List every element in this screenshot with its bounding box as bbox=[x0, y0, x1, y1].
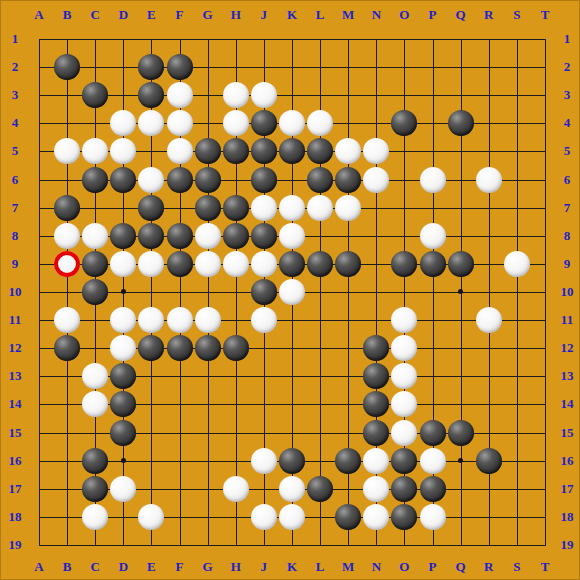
col-label-bottom-H: H bbox=[231, 559, 241, 575]
white-stone-K10[interactable] bbox=[279, 279, 305, 305]
black-stone-O17[interactable] bbox=[391, 476, 417, 502]
col-label-top-O: O bbox=[399, 7, 409, 23]
black-stone-F2[interactable] bbox=[167, 54, 193, 80]
col-label-bottom-S: S bbox=[513, 559, 520, 575]
black-stone-O4[interactable] bbox=[391, 110, 417, 136]
col-label-bottom-D: D bbox=[119, 559, 128, 575]
white-stone-J18[interactable] bbox=[251, 504, 277, 530]
black-stone-E12[interactable] bbox=[138, 335, 164, 361]
black-stone-J6[interactable] bbox=[251, 167, 277, 193]
row-label-left-7: 7 bbox=[12, 200, 19, 216]
black-stone-B7[interactable] bbox=[54, 195, 80, 221]
row-label-left-6: 6 bbox=[12, 172, 19, 188]
row-label-right-11: 11 bbox=[561, 312, 573, 328]
row-label-left-9: 9 bbox=[12, 256, 19, 272]
black-stone-D15[interactable] bbox=[110, 420, 136, 446]
black-stone-B12[interactable] bbox=[54, 335, 80, 361]
white-stone-R6[interactable] bbox=[476, 167, 502, 193]
col-label-top-M: M bbox=[342, 7, 354, 23]
go-app-screen: ABCDEFGHJKLMNOPQRST ABCDEFGHJKLMNOPQRST … bbox=[0, 0, 580, 580]
col-label-bottom-P: P bbox=[429, 559, 437, 575]
black-stone-Q4[interactable] bbox=[448, 110, 474, 136]
black-stone-J4[interactable] bbox=[251, 110, 277, 136]
row-label-left-11: 11 bbox=[9, 312, 21, 328]
last-move-marker bbox=[54, 251, 80, 277]
white-stone-H3[interactable] bbox=[223, 82, 249, 108]
row-label-right-1: 1 bbox=[564, 31, 571, 47]
white-stone-K17[interactable] bbox=[279, 476, 305, 502]
black-stone-F9[interactable] bbox=[167, 251, 193, 277]
black-stone-E3[interactable] bbox=[138, 82, 164, 108]
white-stone-J11[interactable] bbox=[251, 307, 277, 333]
black-stone-G12[interactable] bbox=[195, 335, 221, 361]
white-stone-S9[interactable] bbox=[504, 251, 530, 277]
col-label-top-L: L bbox=[316, 7, 325, 23]
black-stone-N14[interactable] bbox=[363, 391, 389, 417]
white-stone-O15[interactable] bbox=[391, 420, 417, 446]
col-label-bottom-A: A bbox=[34, 559, 43, 575]
row-label-left-16: 16 bbox=[9, 453, 22, 469]
white-stone-M5[interactable] bbox=[335, 138, 361, 164]
black-stone-N12[interactable] bbox=[363, 335, 389, 361]
white-stone-F4[interactable] bbox=[167, 110, 193, 136]
col-label-top-H: H bbox=[231, 7, 241, 23]
black-stone-J5[interactable] bbox=[251, 138, 277, 164]
col-label-top-E: E bbox=[147, 7, 156, 23]
black-stone-Q9[interactable] bbox=[448, 251, 474, 277]
white-stone-F5[interactable] bbox=[167, 138, 193, 164]
col-label-bottom-F: F bbox=[176, 559, 184, 575]
black-stone-F8[interactable] bbox=[167, 223, 193, 249]
white-stone-P18[interactable] bbox=[420, 504, 446, 530]
black-stone-M6[interactable] bbox=[335, 167, 361, 193]
white-stone-N17[interactable] bbox=[363, 476, 389, 502]
white-stone-F11[interactable] bbox=[167, 307, 193, 333]
row-label-left-13: 13 bbox=[9, 368, 22, 384]
row-label-left-10: 10 bbox=[9, 284, 22, 300]
star-point-D16 bbox=[121, 458, 126, 463]
row-label-left-4: 4 bbox=[12, 115, 19, 131]
col-label-top-T: T bbox=[541, 7, 550, 23]
black-stone-G6[interactable] bbox=[195, 167, 221, 193]
black-stone-M16[interactable] bbox=[335, 448, 361, 474]
white-stone-O13[interactable] bbox=[391, 363, 417, 389]
black-stone-J10[interactable] bbox=[251, 279, 277, 305]
black-stone-H8[interactable] bbox=[223, 223, 249, 249]
col-label-bottom-G: G bbox=[203, 559, 213, 575]
row-label-left-1: 1 bbox=[12, 31, 19, 47]
white-stone-B9[interactable] bbox=[54, 251, 80, 277]
col-label-bottom-N: N bbox=[372, 559, 381, 575]
black-stone-D8[interactable] bbox=[110, 223, 136, 249]
white-stone-J7[interactable] bbox=[251, 195, 277, 221]
col-label-bottom-L: L bbox=[316, 559, 325, 575]
black-stone-C16[interactable] bbox=[82, 448, 108, 474]
white-stone-P6[interactable] bbox=[420, 167, 446, 193]
col-label-bottom-B: B bbox=[63, 559, 72, 575]
black-stone-O18[interactable] bbox=[391, 504, 417, 530]
row-label-left-14: 14 bbox=[9, 396, 22, 412]
black-stone-G7[interactable] bbox=[195, 195, 221, 221]
col-label-top-D: D bbox=[119, 7, 128, 23]
star-point-D10 bbox=[121, 289, 126, 294]
white-stone-N18[interactable] bbox=[363, 504, 389, 530]
black-stone-C3[interactable] bbox=[82, 82, 108, 108]
row-label-right-2: 2 bbox=[564, 59, 571, 75]
col-label-top-C: C bbox=[91, 7, 100, 23]
col-label-bottom-M: M bbox=[342, 559, 354, 575]
row-label-left-12: 12 bbox=[9, 340, 22, 356]
col-label-bottom-C: C bbox=[91, 559, 100, 575]
white-stone-E9[interactable] bbox=[138, 251, 164, 277]
black-stone-K5[interactable] bbox=[279, 138, 305, 164]
row-label-right-17: 17 bbox=[561, 481, 574, 497]
white-stone-L4[interactable] bbox=[307, 110, 333, 136]
row-label-left-18: 18 bbox=[9, 509, 22, 525]
black-stone-F12[interactable] bbox=[167, 335, 193, 361]
black-stone-M18[interactable] bbox=[335, 504, 361, 530]
black-stone-H7[interactable] bbox=[223, 195, 249, 221]
white-stone-E11[interactable] bbox=[138, 307, 164, 333]
row-label-right-18: 18 bbox=[561, 509, 574, 525]
white-stone-B5[interactable] bbox=[54, 138, 80, 164]
row-label-right-14: 14 bbox=[561, 396, 574, 412]
go-board[interactable]: ABCDEFGHJKLMNOPQRST ABCDEFGHJKLMNOPQRST … bbox=[1, 1, 579, 579]
row-label-right-10: 10 bbox=[561, 284, 574, 300]
black-stone-F6[interactable] bbox=[167, 167, 193, 193]
black-stone-Q15[interactable] bbox=[448, 420, 474, 446]
row-label-left-5: 5 bbox=[12, 143, 19, 159]
black-stone-N13[interactable] bbox=[363, 363, 389, 389]
black-stone-C9[interactable] bbox=[82, 251, 108, 277]
white-stone-N16[interactable] bbox=[363, 448, 389, 474]
white-stone-H9[interactable] bbox=[223, 251, 249, 277]
star-point-Q10 bbox=[458, 289, 463, 294]
black-stone-K9[interactable] bbox=[279, 251, 305, 277]
column-labels-top: ABCDEFGHJKLMNOPQRST bbox=[25, 7, 559, 23]
white-stone-C14[interactable] bbox=[82, 391, 108, 417]
white-stone-O11[interactable] bbox=[391, 307, 417, 333]
col-label-bottom-O: O bbox=[399, 559, 409, 575]
white-stone-D9[interactable] bbox=[110, 251, 136, 277]
white-stone-K8[interactable] bbox=[279, 223, 305, 249]
row-label-left-8: 8 bbox=[12, 228, 19, 244]
white-stone-N5[interactable] bbox=[363, 138, 389, 164]
col-label-top-F: F bbox=[176, 7, 184, 23]
col-label-top-P: P bbox=[429, 7, 437, 23]
white-stone-H17[interactable] bbox=[223, 476, 249, 502]
row-label-left-3: 3 bbox=[12, 87, 19, 103]
black-stone-L6[interactable] bbox=[307, 167, 333, 193]
col-label-bottom-J: J bbox=[261, 559, 268, 575]
white-stone-C13[interactable] bbox=[82, 363, 108, 389]
col-label-top-G: G bbox=[203, 7, 213, 23]
black-stone-D13[interactable] bbox=[110, 363, 136, 389]
black-stone-N15[interactable] bbox=[363, 420, 389, 446]
row-label-right-13: 13 bbox=[561, 368, 574, 384]
white-stone-C5[interactable] bbox=[82, 138, 108, 164]
black-stone-H12[interactable] bbox=[223, 335, 249, 361]
col-label-top-S: S bbox=[513, 7, 520, 23]
col-label-bottom-Q: Q bbox=[456, 559, 466, 575]
white-stone-J3[interactable] bbox=[251, 82, 277, 108]
row-label-left-2: 2 bbox=[12, 59, 19, 75]
col-label-top-K: K bbox=[287, 7, 297, 23]
white-stone-P8[interactable] bbox=[420, 223, 446, 249]
white-stone-G11[interactable] bbox=[195, 307, 221, 333]
black-stone-D6[interactable] bbox=[110, 167, 136, 193]
black-stone-E7[interactable] bbox=[138, 195, 164, 221]
black-stone-E2[interactable] bbox=[138, 54, 164, 80]
black-stone-D14[interactable] bbox=[110, 391, 136, 417]
black-stone-L9[interactable] bbox=[307, 251, 333, 277]
black-stone-M9[interactable] bbox=[335, 251, 361, 277]
row-label-left-15: 15 bbox=[9, 425, 22, 441]
white-stone-K7[interactable] bbox=[279, 195, 305, 221]
white-stone-J9[interactable] bbox=[251, 251, 277, 277]
white-stone-E4[interactable] bbox=[138, 110, 164, 136]
col-label-top-A: A bbox=[34, 7, 43, 23]
white-stone-K4[interactable] bbox=[279, 110, 305, 136]
black-stone-E8[interactable] bbox=[138, 223, 164, 249]
white-stone-C18[interactable] bbox=[82, 504, 108, 530]
black-stone-O9[interactable] bbox=[391, 251, 417, 277]
black-stone-K16[interactable] bbox=[279, 448, 305, 474]
black-stone-C17[interactable] bbox=[82, 476, 108, 502]
row-label-right-12: 12 bbox=[561, 340, 574, 356]
row-label-right-19: 19 bbox=[561, 537, 574, 553]
black-stone-B2[interactable] bbox=[54, 54, 80, 80]
black-stone-C6[interactable] bbox=[82, 167, 108, 193]
white-stone-D5[interactable] bbox=[110, 138, 136, 164]
black-stone-R16[interactable] bbox=[476, 448, 502, 474]
white-stone-F3[interactable] bbox=[167, 82, 193, 108]
row-label-left-19: 19 bbox=[9, 537, 22, 553]
black-stone-L5[interactable] bbox=[307, 138, 333, 164]
row-label-right-7: 7 bbox=[564, 200, 571, 216]
black-stone-L17[interactable] bbox=[307, 476, 333, 502]
white-stone-P16[interactable] bbox=[420, 448, 446, 474]
col-label-bottom-R: R bbox=[484, 559, 493, 575]
white-stone-M7[interactable] bbox=[335, 195, 361, 221]
row-label-right-9: 9 bbox=[564, 256, 571, 272]
col-label-top-J: J bbox=[261, 7, 268, 23]
black-stone-C10[interactable] bbox=[82, 279, 108, 305]
row-label-right-5: 5 bbox=[564, 143, 571, 159]
white-stone-B8[interactable] bbox=[54, 223, 80, 249]
row-labels-right: 12345678910111213141516171819 bbox=[559, 25, 575, 559]
black-stone-P15[interactable] bbox=[420, 420, 446, 446]
white-stone-N6[interactable] bbox=[363, 167, 389, 193]
row-label-right-15: 15 bbox=[561, 425, 574, 441]
white-stone-G8[interactable] bbox=[195, 223, 221, 249]
black-stone-J8[interactable] bbox=[251, 223, 277, 249]
col-label-top-B: B bbox=[63, 7, 72, 23]
white-stone-K18[interactable] bbox=[279, 504, 305, 530]
row-label-left-17: 17 bbox=[9, 481, 22, 497]
black-stone-O16[interactable] bbox=[391, 448, 417, 474]
col-label-bottom-E: E bbox=[147, 559, 156, 575]
white-stone-B11[interactable] bbox=[54, 307, 80, 333]
row-label-right-3: 3 bbox=[564, 87, 571, 103]
white-stone-H4[interactable] bbox=[223, 110, 249, 136]
white-stone-E18[interactable] bbox=[138, 504, 164, 530]
column-labels-bottom: ABCDEFGHJKLMNOPQRST bbox=[25, 559, 559, 575]
black-stone-P9[interactable] bbox=[420, 251, 446, 277]
star-point-Q16 bbox=[458, 458, 463, 463]
white-stone-D4[interactable] bbox=[110, 110, 136, 136]
white-stone-D17[interactable] bbox=[110, 476, 136, 502]
row-label-right-4: 4 bbox=[564, 115, 571, 131]
white-stone-E6[interactable] bbox=[138, 167, 164, 193]
white-stone-O12[interactable] bbox=[391, 335, 417, 361]
col-label-top-N: N bbox=[372, 7, 381, 23]
col-label-bottom-K: K bbox=[287, 559, 297, 575]
col-label-top-Q: Q bbox=[456, 7, 466, 23]
black-stone-G5[interactable] bbox=[195, 138, 221, 164]
black-stone-H5[interactable] bbox=[223, 138, 249, 164]
white-stone-C8[interactable] bbox=[82, 223, 108, 249]
white-stone-R11[interactable] bbox=[476, 307, 502, 333]
row-label-right-6: 6 bbox=[564, 172, 571, 188]
row-label-right-16: 16 bbox=[561, 453, 574, 469]
white-stone-D12[interactable] bbox=[110, 335, 136, 361]
white-stone-D11[interactable] bbox=[110, 307, 136, 333]
white-stone-L7[interactable] bbox=[307, 195, 333, 221]
white-stone-G9[interactable] bbox=[195, 251, 221, 277]
row-label-right-8: 8 bbox=[564, 228, 571, 244]
white-stone-J16[interactable] bbox=[251, 448, 277, 474]
black-stone-P17[interactable] bbox=[420, 476, 446, 502]
col-label-top-R: R bbox=[484, 7, 493, 23]
row-labels-left: 12345678910111213141516171819 bbox=[7, 25, 23, 559]
col-label-bottom-T: T bbox=[541, 559, 550, 575]
board-intersections[interactable] bbox=[25, 25, 559, 559]
white-stone-O14[interactable] bbox=[391, 391, 417, 417]
